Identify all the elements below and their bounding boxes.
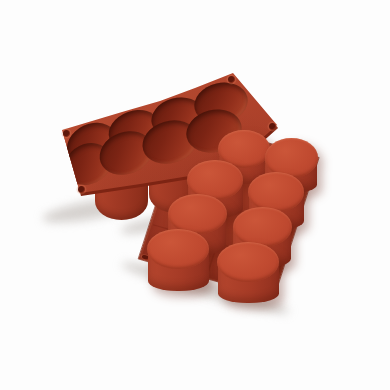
hang-hole bbox=[269, 123, 276, 130]
cylinder-top bbox=[217, 242, 279, 282]
scene-stage bbox=[0, 0, 390, 390]
cylinder-top bbox=[248, 172, 304, 212]
cylinder-top bbox=[147, 229, 209, 269]
mold-cylinder bbox=[147, 229, 209, 292]
mold-cylinder bbox=[217, 242, 279, 303]
hang-hole bbox=[228, 76, 235, 83]
hang-hole bbox=[78, 186, 85, 193]
hang-hole bbox=[63, 130, 70, 137]
